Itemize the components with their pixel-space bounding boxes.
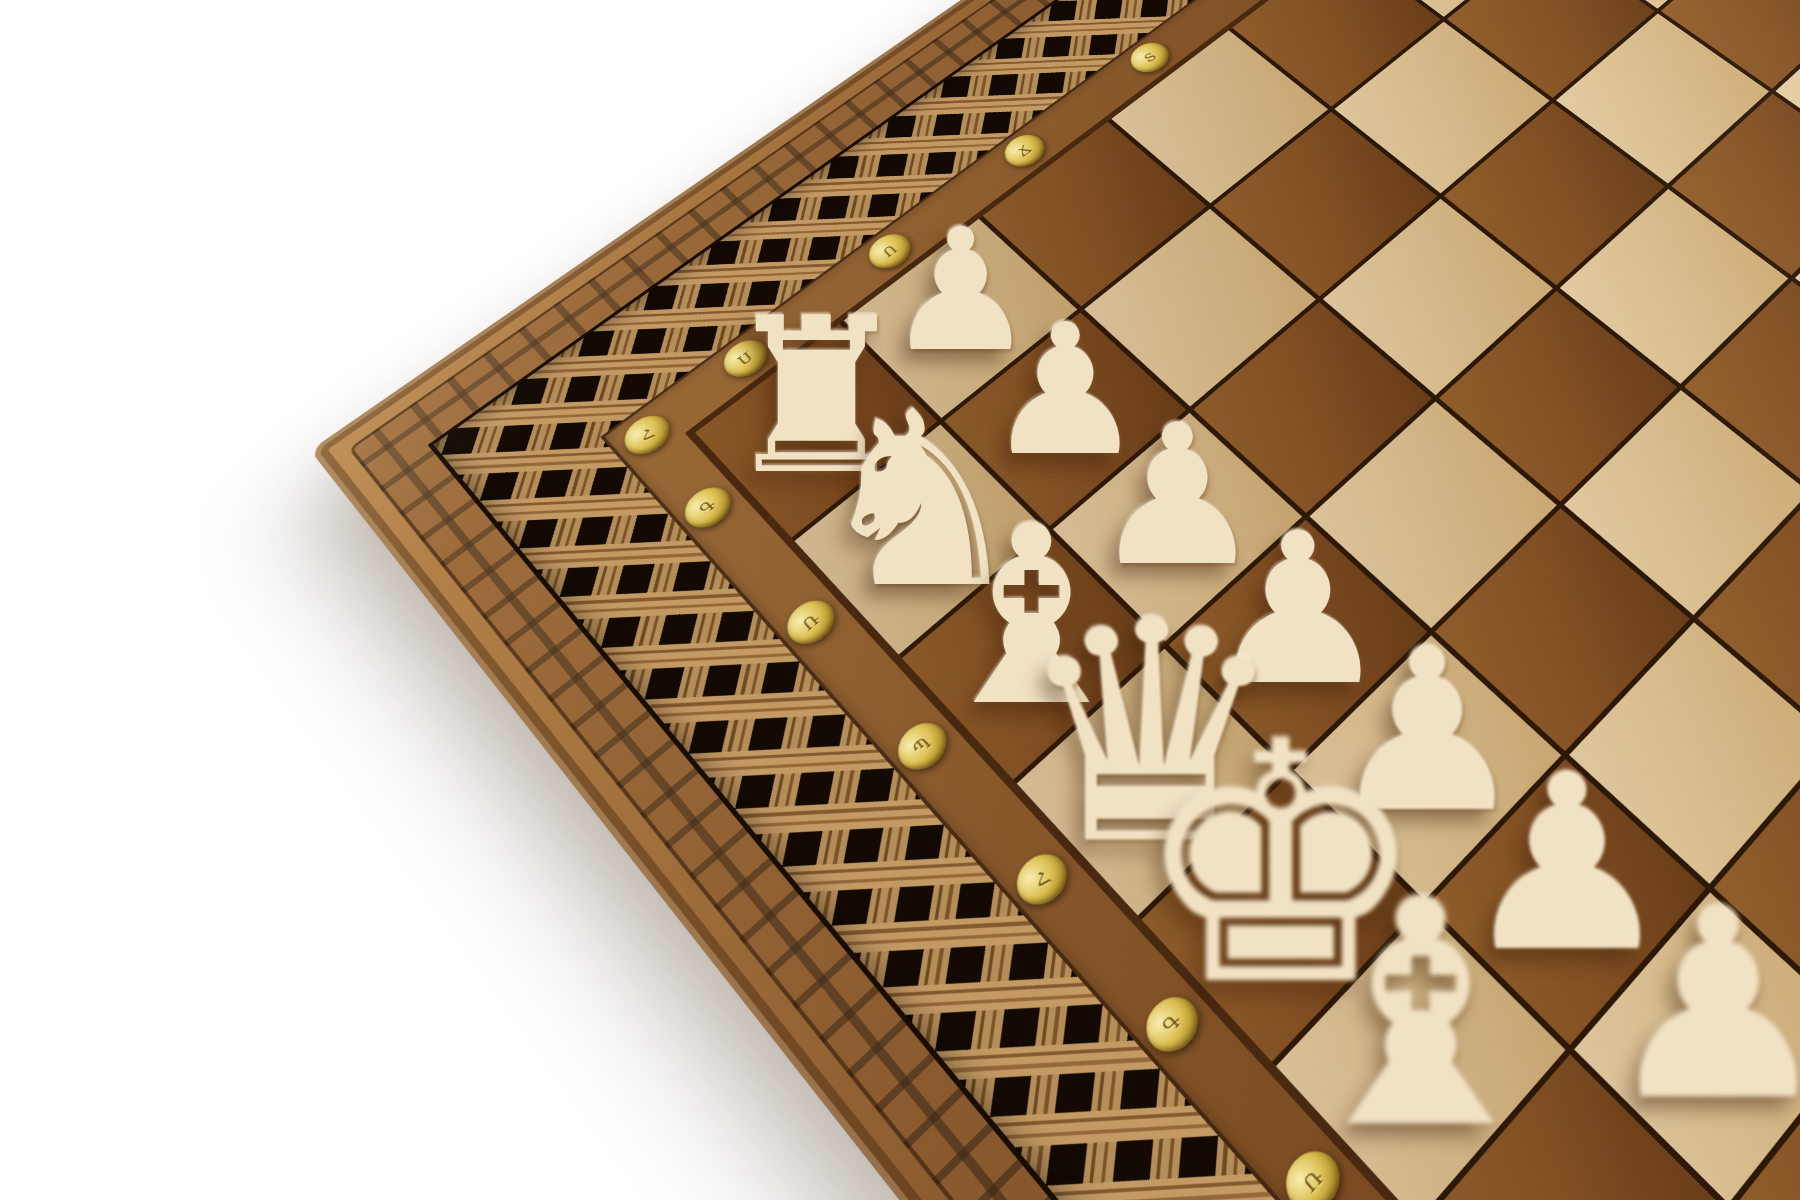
brass-stud: Հ: [616, 408, 677, 462]
piece-white-pawn[interactable]: ♟: [1601, 874, 1800, 1137]
stud-letter: Տ: [1140, 50, 1159, 65]
stud-letter: Ճ: [1014, 142, 1035, 159]
stud-letter: Հ: [637, 425, 658, 444]
piece-white-bishop[interactable]: ♝: [1281, 858, 1562, 1171]
stud-letter: Գ: [696, 497, 719, 519]
